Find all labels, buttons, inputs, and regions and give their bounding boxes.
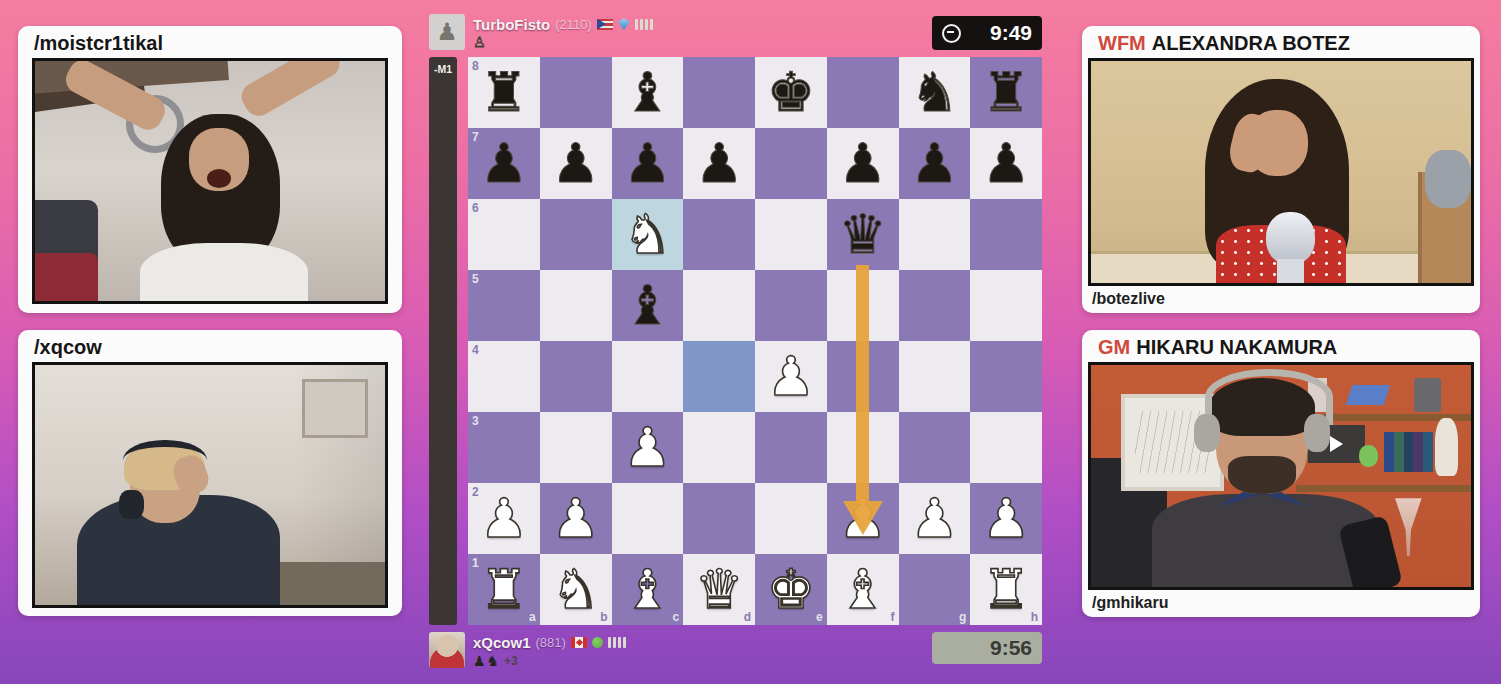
square-f2[interactable]: ♟ — [827, 483, 899, 554]
square-h5[interactable] — [970, 270, 1042, 341]
avatar-top: ♟ — [429, 14, 465, 50]
picture-frame — [302, 379, 368, 438]
diamond-member-icon — [618, 18, 630, 30]
square-f4[interactable] — [827, 341, 899, 412]
piece-white-pawn: ♟ — [612, 412, 684, 483]
file-label-h: h — [1031, 610, 1038, 624]
panel-title: GMHIKARU NAKAMURA — [1082, 330, 1480, 362]
piece-white-pawn: ♟ — [827, 483, 899, 554]
square-f6[interactable]: ♛ — [827, 199, 899, 270]
piece-white-pawn: ♟ — [970, 483, 1042, 554]
piece-black-rook: ♜ — [970, 57, 1042, 128]
timer-icon — [942, 24, 961, 43]
signal-bars-icon — [635, 19, 653, 30]
headphone-cup — [1194, 414, 1221, 452]
desk — [273, 562, 388, 608]
title-name: HIKARU NAKAMURA — [1136, 336, 1337, 358]
player-rating-top: (2110) — [555, 17, 592, 32]
square-c1[interactable]: c♝ — [612, 554, 684, 625]
piece-black-pawn: ♟ — [540, 128, 612, 199]
piece-white-bishop: ♝ — [827, 554, 899, 625]
title-prefix: GM — [1098, 336, 1130, 358]
rank-label-2: 2 — [472, 485, 479, 499]
piece-black-bishop: ♝ — [612, 57, 684, 128]
player-name-bottom: xQcow1 — [473, 634, 531, 651]
file-label-c: c — [673, 610, 680, 624]
file-label-a: a — [529, 610, 536, 624]
square-g2[interactable]: ♟ — [899, 483, 971, 554]
panel-hikaru: GMHIKARU NAKAMURA /gmhikaru — [1082, 330, 1480, 617]
rank-label-1: 1 — [472, 556, 479, 570]
panel-handle: /xqcow — [18, 330, 402, 362]
square-h1[interactable]: h♜ — [970, 554, 1042, 625]
material-advantage: +3 — [504, 654, 518, 668]
piece-white-pawn: ♟ — [755, 341, 827, 412]
red-pillow — [32, 253, 98, 304]
avatar-bottom — [429, 632, 465, 668]
square-c3[interactable]: ♟ — [612, 412, 684, 483]
white-chess-king-trophy — [1435, 418, 1458, 476]
headphone-cup — [119, 490, 144, 519]
square-a6[interactable]: 6 — [468, 199, 540, 270]
file-label-d: d — [744, 610, 751, 624]
square-e1[interactable]: e♚ — [755, 554, 827, 625]
wine-glass — [1395, 498, 1422, 556]
eval-bar: -M1 — [429, 57, 457, 625]
square-a1[interactable]: 1a♜ — [468, 554, 540, 625]
stream-layout: /moistcr1tikal /xqcow — [0, 0, 1501, 684]
file-label-b: b — [600, 610, 607, 624]
square-c5[interactable]: ♝ — [612, 270, 684, 341]
person-beard — [1228, 456, 1296, 494]
panel-moistcr1tikal: /moistcr1tikal — [18, 26, 402, 313]
square-h7[interactable]: ♟ — [970, 128, 1042, 199]
square-b4[interactable] — [540, 341, 612, 412]
microphone-body — [1277, 259, 1304, 286]
webcam-hikaru — [1088, 362, 1474, 590]
clothes-pile — [1425, 150, 1471, 208]
square-g1[interactable]: g — [899, 554, 971, 625]
square-c8[interactable]: ♝ — [612, 57, 684, 128]
square-h8[interactable]: ♜ — [970, 57, 1042, 128]
piece-black-knight: ♞ — [899, 57, 971, 128]
square-g8[interactable]: ♞ — [899, 57, 971, 128]
square-e2[interactable] — [755, 483, 827, 554]
panel-botez: WFMALEXANDRA BOTEZ /botezlive — [1082, 26, 1480, 313]
square-a8[interactable]: 8♜ — [468, 57, 540, 128]
piece-black-queen: ♛ — [827, 199, 899, 270]
piece-black-pawn: ♟ — [612, 128, 684, 199]
raised-arm — [237, 58, 345, 121]
clock-white: 9:56 — [932, 632, 1042, 664]
square-a2[interactable]: 2♟ — [468, 483, 540, 554]
square-a5[interactable]: 5 — [468, 270, 540, 341]
piece-black-pawn: ♟ — [827, 128, 899, 199]
square-c2[interactable] — [612, 483, 684, 554]
striped-flag-icon — [597, 19, 613, 30]
rank-label-8: 8 — [472, 59, 479, 73]
square-h6[interactable] — [970, 199, 1042, 270]
square-b7[interactable]: ♟ — [540, 128, 612, 199]
square-b2[interactable]: ♟ — [540, 483, 612, 554]
square-c7[interactable]: ♟ — [612, 128, 684, 199]
webcam-botez — [1088, 58, 1474, 286]
square-d1[interactable]: d♛ — [683, 554, 755, 625]
panel-handle: /gmhikaru — [1082, 590, 1480, 612]
square-c4[interactable] — [612, 341, 684, 412]
player-bar-bottom: xQcow1 (881) ♟♞ +3 9:56 — [429, 629, 1042, 677]
panel-title: WFMALEXANDRA BOTEZ — [1082, 26, 1480, 58]
piece-white-knight: ♞ — [612, 199, 684, 270]
square-b6[interactable] — [540, 199, 612, 270]
square-d5[interactable] — [683, 270, 755, 341]
square-h2[interactable]: ♟ — [970, 483, 1042, 554]
square-b5[interactable] — [540, 270, 612, 341]
square-d4[interactable] — [683, 341, 755, 412]
square-f7[interactable]: ♟ — [827, 128, 899, 199]
piece-white-pawn: ♟ — [540, 483, 612, 554]
rank-label-7: 7 — [472, 130, 479, 144]
square-e6[interactable] — [755, 199, 827, 270]
square-f3[interactable] — [827, 412, 899, 483]
file-label-e: e — [816, 610, 823, 624]
pawn-avatar-icon: ♟ — [436, 18, 458, 46]
square-c6[interactable]: ♞ — [612, 199, 684, 270]
eval-label: -M1 — [434, 63, 452, 75]
piece-black-pawn: ♟ — [899, 128, 971, 199]
square-d6[interactable] — [683, 199, 755, 270]
player-name-top: TurboFisto — [473, 16, 550, 33]
square-b1[interactable]: b♞ — [540, 554, 612, 625]
clock-time-white: 9:56 — [990, 636, 1032, 660]
rank-label-4: 4 — [472, 343, 479, 357]
square-g5[interactable] — [899, 270, 971, 341]
pencil-cup — [1414, 378, 1441, 411]
square-b3[interactable] — [540, 412, 612, 483]
white-shirt — [140, 243, 308, 304]
rank-label-5: 5 — [472, 272, 479, 286]
clock-black: 9:49 — [932, 16, 1042, 50]
square-d7[interactable]: ♟ — [683, 128, 755, 199]
webcam-xqcow — [32, 362, 388, 608]
glass-award — [1346, 385, 1390, 405]
green-badge-icon — [592, 637, 603, 648]
square-b8[interactable] — [540, 57, 612, 128]
square-e7[interactable] — [755, 128, 827, 199]
square-d8[interactable] — [683, 57, 755, 128]
square-g3[interactable] — [899, 412, 971, 483]
panel-handle: /moistcr1tikal — [18, 26, 402, 58]
square-a3[interactable]: 3 — [468, 412, 540, 483]
piece-white-pawn: ♟ — [899, 483, 971, 554]
player-bar-top: ♟ TurboFisto (2110) ♙ 9:49 — [429, 14, 1042, 54]
title-prefix: WFM — [1098, 32, 1146, 54]
square-d2[interactable] — [683, 483, 755, 554]
square-f1[interactable]: f♝ — [827, 554, 899, 625]
square-h3[interactable] — [970, 412, 1042, 483]
panel-xqcow: /xqcow — [18, 330, 402, 616]
square-e8[interactable]: ♚ — [755, 57, 827, 128]
square-g6[interactable] — [899, 199, 971, 270]
panel-handle: /botezlive — [1082, 286, 1480, 308]
microphone — [1266, 212, 1315, 265]
webcam-moistcr1tikal — [32, 58, 388, 304]
player-rating-bottom: (881) — [536, 635, 566, 650]
file-label-g: g — [959, 610, 966, 624]
square-e3[interactable] — [755, 412, 827, 483]
square-a7[interactable]: 7♟ — [468, 128, 540, 199]
wall-shelf — [1296, 485, 1471, 492]
file-label-f: f — [891, 610, 895, 624]
canada-flag-icon — [571, 637, 587, 648]
rank-label-3: 3 — [472, 414, 479, 428]
clock-time-black: 9:49 — [990, 21, 1032, 45]
books — [1384, 432, 1433, 472]
square-g7[interactable]: ♟ — [899, 128, 971, 199]
square-e4[interactable]: ♟ — [755, 341, 827, 412]
square-d3[interactable] — [683, 412, 755, 483]
chess-board[interactable]: 8♜♝♚♞♜7♟♟♟♟♟♟♟6♞♛5♝4♟3♟2♟♟♟♟♟1a♜b♞c♝d♛e♚… — [468, 57, 1042, 625]
signal-bars-icon — [608, 637, 626, 648]
square-h4[interactable] — [970, 341, 1042, 412]
square-g4[interactable] — [899, 341, 971, 412]
piece-black-bishop: ♝ — [612, 270, 684, 341]
person-mouth — [207, 169, 232, 188]
piece-black-pawn: ♟ — [970, 128, 1042, 199]
piece-black-king: ♚ — [755, 57, 827, 128]
square-f8[interactable] — [827, 57, 899, 128]
title-name: ALEXANDRA BOTEZ — [1152, 32, 1350, 54]
play-icon — [1330, 436, 1343, 452]
square-e5[interactable] — [755, 270, 827, 341]
piece-black-pawn: ♟ — [683, 128, 755, 199]
square-f5[interactable] — [827, 270, 899, 341]
rank-label-6: 6 — [472, 201, 479, 215]
alien-figurine — [1359, 445, 1378, 467]
headphone-cup — [1304, 414, 1331, 452]
square-a4[interactable]: 4 — [468, 341, 540, 412]
captured-pieces-bottom: ♟♞ — [473, 654, 500, 668]
captured-pieces-top: ♙ — [473, 35, 486, 49]
